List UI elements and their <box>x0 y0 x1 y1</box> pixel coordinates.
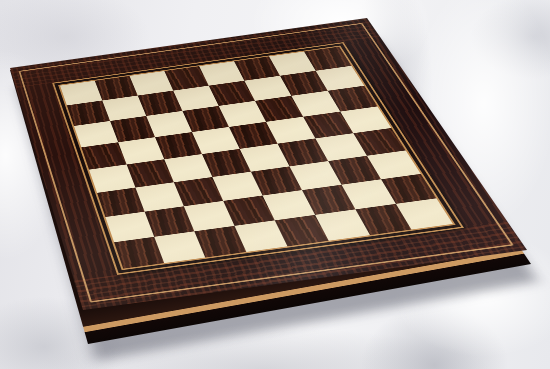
photo-scene <box>0 0 550 369</box>
